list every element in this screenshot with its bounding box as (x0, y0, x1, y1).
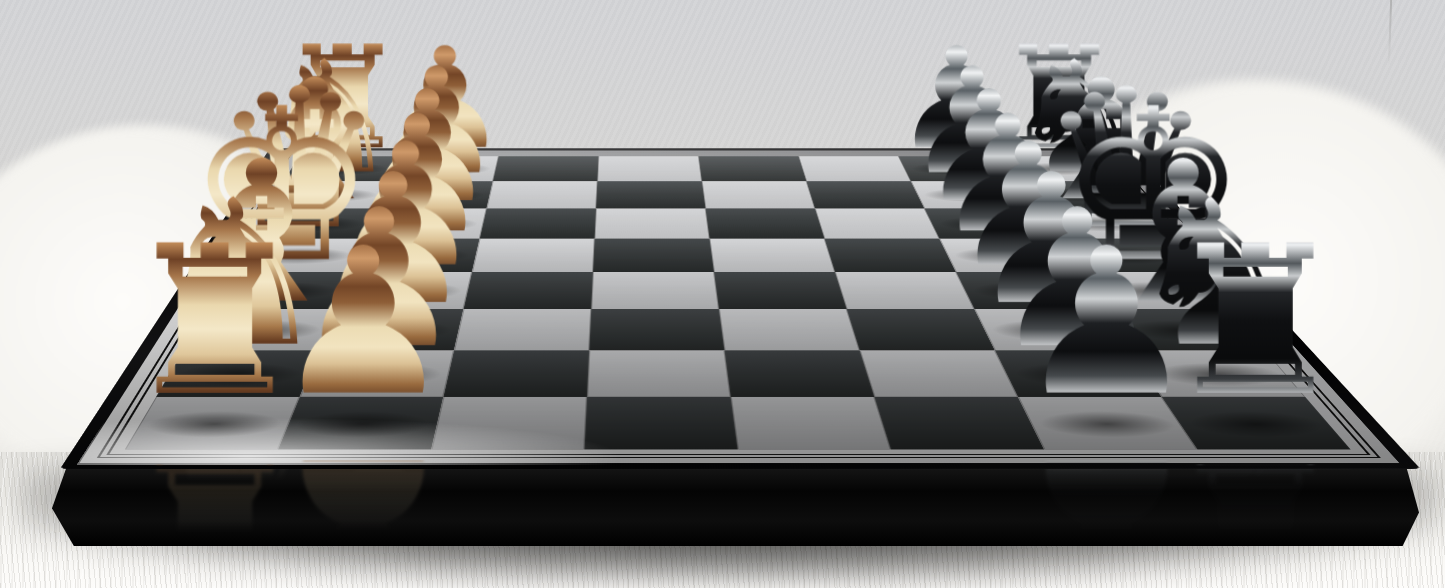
white-pawn-h2[interactable]: ♟♟ (278, 397, 443, 450)
square-h1[interactable]: ♜♜ (125, 397, 300, 450)
chessboard: ♜♜♟♟♟♟♜♜♞♞♟♟♟♟♞♞♝♝♟♟♟♟♝♝♛♛♟♟♟♟♛♛♚♚♟♟♟♟♚♚… (60, 148, 1420, 469)
piece-shadow (306, 362, 448, 387)
square-f3[interactable] (454, 309, 591, 350)
square-e5[interactable] (714, 272, 847, 309)
board-3d-scene: ♜♜♟♟♟♟♜♜♞♞♟♟♟♟♞♞♝♝♟♟♟♟♝♝♛♛♟♟♟♟♛♛♚♚♟♟♟♟♚♚… (0, 0, 1445, 588)
square-e3[interactable] (464, 272, 593, 309)
square-e6[interactable] (835, 272, 974, 309)
square-g6[interactable] (860, 350, 1018, 397)
piece-shadow (285, 410, 437, 438)
square-g7[interactable]: ♟♟ (995, 350, 1162, 397)
white-knight-g1[interactable]: ♞♞ (156, 350, 319, 397)
piece-shadow (191, 320, 328, 342)
white-bishop-f1[interactable]: ♝♝ (184, 309, 336, 350)
white-pawn-e2[interactable]: ♟♟ (336, 272, 472, 309)
piece-shadow (964, 281, 1095, 301)
square-f5[interactable] (719, 309, 860, 350)
square-e2[interactable]: ♟♟ (336, 272, 472, 309)
square-e4[interactable] (591, 272, 719, 309)
white-pawn-f2[interactable]: ♟♟ (319, 309, 464, 350)
square-f2[interactable]: ♟♟ (319, 309, 464, 350)
square-f4[interactable] (589, 309, 724, 350)
square-h4[interactable] (584, 397, 737, 450)
piece-shadow (1142, 362, 1295, 387)
piece-shadow (1175, 410, 1339, 438)
square-g4[interactable] (587, 350, 731, 397)
square-g3[interactable] (443, 350, 589, 397)
white-pawn-g2[interactable]: ♟♟ (300, 350, 454, 397)
piece-shadow (1004, 362, 1153, 387)
square-g5[interactable] (724, 350, 874, 397)
square-g2[interactable]: ♟♟ (300, 350, 454, 397)
square-h3[interactable] (431, 397, 587, 450)
piece-shadow (164, 362, 310, 387)
piece-shadow (1087, 281, 1222, 301)
white-rook-h1[interactable]: ♜♜ (125, 397, 300, 450)
square-f1[interactable]: ♝♝ (184, 309, 336, 350)
piece-shadow (983, 320, 1122, 342)
black-pawn-g7[interactable]: ♟♟ (995, 350, 1162, 397)
piece-shadow (134, 410, 291, 438)
square-f6[interactable] (847, 309, 995, 350)
square-h6[interactable] (874, 397, 1044, 450)
square-h5[interactable] (731, 397, 891, 450)
white-king-e1[interactable]: ♚♚ (208, 272, 351, 309)
piece-shadow (1113, 320, 1256, 342)
square-h2[interactable]: ♟♟ (278, 397, 443, 450)
piece-shadow (325, 320, 458, 342)
square-g1[interactable]: ♞♞ (156, 350, 319, 397)
piece-shadow (341, 281, 467, 301)
piece-shadow (215, 281, 344, 301)
piece-shadow (1028, 410, 1187, 438)
square-e1[interactable]: ♚♚ (208, 272, 351, 309)
scene: ♜♜♟♟♟♟♜♜♞♞♟♟♟♟♞♞♝♝♟♟♟♟♝♝♛♛♟♟♟♟♛♛♚♚♟♟♟♟♚♚… (0, 0, 1445, 588)
